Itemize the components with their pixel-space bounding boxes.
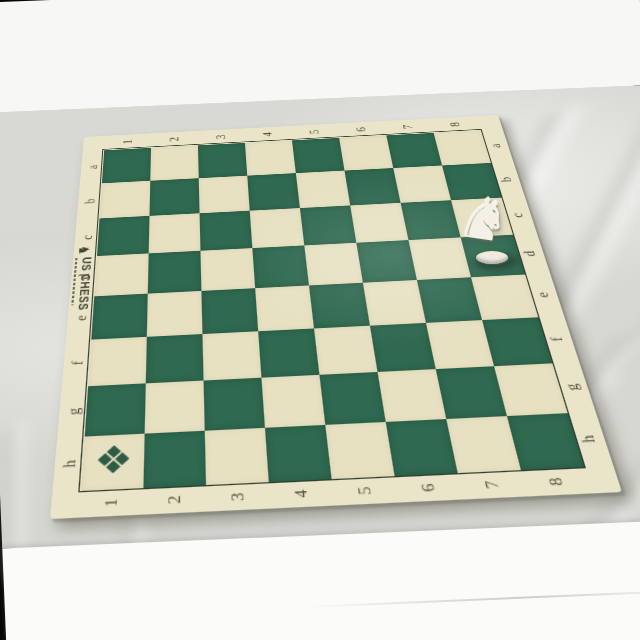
- rank-label-top-1: 1: [117, 126, 138, 158]
- square-e2: [147, 291, 203, 337]
- square-b6: [345, 168, 401, 205]
- square-b2: [150, 178, 200, 216]
- square-c5: [300, 205, 356, 245]
- file-label-left-g: g: [44, 398, 105, 426]
- photograph: 1122334455667788aabbccddeeffgghh ♞ US CH…: [0, 0, 640, 640]
- corner-emblem-icon: ❖: [87, 437, 140, 485]
- square-c3: [200, 211, 253, 251]
- square-g3: [204, 378, 265, 431]
- square-e5: [309, 283, 370, 329]
- file-label-left-a: a: [69, 158, 118, 177]
- square-b7: [393, 165, 451, 202]
- rank-label-top-2: 2: [165, 123, 185, 155]
- us-chess-logo-text-block: US CHESS: [71, 257, 92, 311]
- square-g4: [261, 375, 325, 428]
- rank-label-top-3: 3: [211, 121, 232, 153]
- square-d6: [356, 240, 417, 283]
- square-f2: [146, 334, 204, 383]
- square-d2: [148, 251, 202, 294]
- square-e3: [201, 288, 258, 334]
- square-f5: [314, 326, 378, 375]
- square-e6: [363, 280, 426, 326]
- square-c6: [350, 203, 408, 243]
- square-d3: [200, 248, 255, 291]
- file-label-right-b: b: [479, 170, 534, 190]
- file-label-right-c: c: [489, 205, 546, 226]
- us-chess-logo-text: US CHESS: [76, 257, 93, 311]
- rank-label-bottom-3: 3: [224, 468, 253, 527]
- file-label-right-h: h: [554, 424, 625, 454]
- square-g6: [378, 369, 447, 422]
- square-f6: [370, 323, 436, 372]
- square-e4: [255, 285, 314, 331]
- rank-label-bottom-2: 2: [161, 471, 188, 530]
- square-b5: [296, 171, 350, 208]
- square-f3: [202, 331, 261, 380]
- square-b3: [199, 176, 250, 214]
- square-d4: [252, 245, 309, 288]
- file-label-left-b: b: [65, 191, 115, 211]
- file-label-right-e: e: [512, 283, 574, 307]
- square-b4: [247, 173, 300, 211]
- square-g5: [319, 372, 385, 425]
- file-label-right-f: f: [525, 326, 590, 352]
- us-chess-knight-icon: ♞: [77, 245, 92, 255]
- square-d5: [304, 243, 363, 286]
- square-c4: [250, 208, 305, 248]
- square-c2: [149, 213, 201, 253]
- file-label-right-g: g: [539, 373, 607, 401]
- surface-seam: [305, 591, 640, 608]
- file-label-right-a: a: [469, 137, 522, 156]
- square-g2: [145, 381, 205, 434]
- rank-label-top-4: 4: [257, 118, 279, 150]
- square-f4: [258, 328, 319, 377]
